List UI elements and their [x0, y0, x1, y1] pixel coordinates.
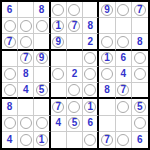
odd-marker-circle [4, 68, 16, 80]
odd-marker-circle [52, 4, 64, 16]
given-digit: 2 [72, 69, 78, 79]
cell-r2c1[interactable] [2, 18, 18, 34]
odd-marker-circle [117, 4, 129, 16]
cell-r3c4[interactable]: 9 [51, 34, 67, 50]
cell-r3c3[interactable] [34, 34, 50, 50]
odd-marker-circle [20, 134, 32, 146]
odd-marker-circle: 7 [20, 52, 32, 64]
given-digit: 7 [72, 21, 78, 31]
given-digit: 7 [120, 85, 126, 95]
given-digit: 1 [39, 135, 45, 145]
cell-r3c1[interactable]: 7 [2, 34, 18, 50]
cell-r6c5[interactable] [67, 83, 83, 99]
cell-r6c6[interactable] [83, 83, 99, 99]
given-digit: 6 [137, 135, 143, 145]
odd-marker-circle [84, 68, 96, 80]
cell-r2c5[interactable]: 7 [67, 18, 83, 34]
odd-marker-circle: 7 [117, 84, 129, 96]
cell-r5c3[interactable] [34, 67, 50, 83]
cell-r3c7[interactable] [99, 34, 115, 50]
cell-r5c9[interactable] [132, 67, 148, 83]
cell-r2c8[interactable] [116, 18, 132, 34]
cell-r7c7[interactable] [99, 99, 115, 115]
odd-marker-circle [52, 68, 64, 80]
given-digit: 6 [7, 5, 13, 15]
cell-r3c5[interactable] [67, 34, 83, 50]
odd-marker-circle [117, 36, 129, 48]
odd-marker-circle [68, 84, 80, 96]
cell-r6c9[interactable] [132, 83, 148, 99]
cell-r2c3[interactable] [34, 18, 50, 34]
odd-marker-circle: 5 [134, 101, 146, 113]
cell-r7c2[interactable] [18, 99, 34, 115]
odd-marker-circle: 5 [36, 84, 48, 96]
cell-r9c2[interactable] [18, 132, 34, 148]
cell-r6c7[interactable]: 8 [99, 83, 115, 99]
cell-r4c3[interactable]: 9 [34, 51, 50, 67]
cell-r1c7[interactable]: 9 [99, 2, 115, 18]
odd-marker-circle: 9 [52, 36, 64, 48]
cell-r9c4[interactable] [51, 132, 67, 148]
cell-r8c8[interactable] [116, 116, 132, 132]
sudoku-board-wrap: 689717879287916824458787154564176 [0, 0, 150, 150]
cell-r4c9[interactable] [132, 51, 148, 67]
cell-r7c4[interactable]: 7 [51, 99, 67, 115]
cell-r1c5[interactable] [67, 2, 83, 18]
odd-marker-circle [117, 134, 129, 146]
given-digit: 5 [39, 85, 45, 95]
given-digit: 6 [120, 53, 126, 63]
given-digit: 7 [7, 37, 13, 47]
odd-marker-circle: 1 [52, 20, 64, 32]
cell-r3c2[interactable] [18, 34, 34, 50]
odd-marker-circle [134, 52, 146, 64]
cell-r8c4[interactable]: 4 [51, 116, 67, 132]
cell-r8c9[interactable] [132, 116, 148, 132]
given-digit: 5 [72, 118, 78, 128]
odd-marker-circle [20, 117, 32, 129]
cell-r6c3[interactable]: 5 [34, 83, 50, 99]
odd-marker-circle [4, 117, 16, 129]
cell-r8c3[interactable] [34, 116, 50, 132]
sudoku-board: 689717879287916824458787154564176 [0, 0, 150, 150]
given-digit: 8 [87, 21, 93, 31]
cell-r6c1[interactable] [2, 83, 18, 99]
cell-r3c8[interactable] [116, 34, 132, 50]
cell-r1c1[interactable]: 6 [2, 2, 18, 18]
given-digit: 8 [137, 37, 143, 47]
odd-marker-circle [4, 20, 16, 32]
cell-r4c4[interactable] [51, 51, 67, 67]
cell-r6c8[interactable]: 7 [116, 83, 132, 99]
given-digit: 9 [55, 37, 61, 47]
given-digit: 6 [87, 118, 93, 128]
given-digit: 7 [55, 102, 61, 112]
cell-r4c6[interactable] [83, 51, 99, 67]
cell-r8c6[interactable]: 6 [83, 116, 99, 132]
given-digit: 4 [7, 135, 13, 145]
cell-r8c2[interactable] [18, 116, 34, 132]
odd-marker-circle: 7 [68, 20, 80, 32]
given-digit: 4 [23, 85, 29, 95]
cell-r7c3[interactable] [34, 99, 50, 115]
cell-r2c2[interactable] [18, 18, 34, 34]
cell-r5c7[interactable] [99, 67, 115, 83]
odd-marker-circle: 7 [4, 36, 16, 48]
cell-r2c6[interactable]: 8 [83, 18, 99, 34]
odd-marker-circle: 1 [84, 101, 96, 113]
odd-marker-circle: 1 [101, 52, 113, 64]
given-digit: 1 [55, 21, 61, 31]
cell-r9c9[interactable]: 6 [132, 132, 148, 148]
cell-r2c9[interactable] [132, 18, 148, 34]
odd-marker-circle: 7 [101, 134, 113, 146]
cell-r5c5[interactable]: 2 [67, 67, 83, 83]
cell-r1c4[interactable] [51, 2, 67, 18]
cell-r1c6[interactable] [83, 2, 99, 18]
cell-r5c6[interactable] [83, 67, 99, 83]
cell-r7c6[interactable]: 1 [83, 99, 99, 115]
given-digit: 2 [87, 37, 93, 47]
odd-marker-circle [20, 36, 32, 48]
given-digit: 8 [104, 85, 110, 95]
cell-r1c8[interactable] [116, 2, 132, 18]
cell-r7c8[interactable] [116, 99, 132, 115]
odd-marker-circle [36, 20, 48, 32]
cell-r3c9[interactable]: 8 [132, 34, 148, 50]
cell-r2c4[interactable]: 1 [51, 18, 67, 34]
given-digit: 8 [7, 102, 13, 112]
given-digit: 9 [39, 53, 45, 63]
cell-r7c5[interactable] [67, 99, 83, 115]
cell-r8c5[interactable]: 5 [67, 116, 83, 132]
odd-marker-circle [84, 52, 96, 64]
cell-r9c1[interactable]: 4 [2, 132, 18, 148]
cell-r6c4[interactable] [51, 83, 67, 99]
cell-r2c7[interactable] [99, 18, 115, 34]
odd-marker-circle: 9 [36, 52, 48, 64]
odd-marker-circle: 5 [68, 117, 80, 129]
odd-marker-circle: 1 [36, 134, 48, 146]
odd-marker-circle: 9 [101, 4, 113, 16]
given-digit: 7 [104, 135, 110, 145]
cell-r8c7[interactable] [99, 116, 115, 132]
odd-marker-circle [68, 4, 80, 16]
cell-r5c4[interactable] [51, 67, 67, 83]
given-digit: 8 [39, 5, 45, 15]
cell-r4c8[interactable]: 6 [116, 51, 132, 67]
given-digit: 1 [104, 53, 110, 63]
cell-r5c8[interactable]: 4 [116, 67, 132, 83]
odd-marker-circle [134, 68, 146, 80]
cell-r9c3[interactable]: 1 [34, 132, 50, 148]
odd-marker-circle [20, 20, 32, 32]
cell-r9c7[interactable]: 7 [99, 132, 115, 148]
odd-marker-circle [134, 117, 146, 129]
odd-marker-circle [101, 68, 113, 80]
cell-r9c5[interactable] [67, 132, 83, 148]
odd-marker-circle [84, 84, 96, 96]
given-digit: 7 [137, 5, 143, 15]
cell-r5c2[interactable]: 8 [18, 67, 34, 83]
odd-marker-circle [68, 101, 80, 113]
cell-r4c7[interactable]: 1 [99, 51, 115, 67]
cell-r4c1[interactable] [2, 51, 18, 67]
given-digit: 4 [120, 69, 126, 79]
cell-r5c1[interactable] [2, 67, 18, 83]
given-digit: 4 [55, 118, 61, 128]
given-digit: 7 [23, 53, 29, 63]
odd-marker-circle [117, 101, 129, 113]
given-digit: 5 [137, 102, 143, 112]
cell-r8c1[interactable] [2, 116, 18, 132]
cell-r9c8[interactable] [116, 132, 132, 148]
cell-r7c9[interactable]: 5 [132, 99, 148, 115]
cell-r4c2[interactable]: 7 [18, 51, 34, 67]
given-digit: 8 [23, 69, 29, 79]
cell-r1c3[interactable]: 8 [34, 2, 50, 18]
odd-marker-circle: 7 [134, 4, 146, 16]
odd-marker-circle [84, 134, 96, 146]
cell-r1c9[interactable]: 7 [132, 2, 148, 18]
given-digit: 1 [87, 102, 93, 112]
odd-marker-circle [36, 117, 48, 129]
cell-r3c6[interactable]: 2 [83, 34, 99, 50]
odd-marker-circle [101, 36, 113, 48]
odd-marker-circle: 7 [52, 101, 64, 113]
cell-r6c2[interactable]: 4 [18, 83, 34, 99]
cell-r7c1[interactable]: 8 [2, 99, 18, 115]
cell-r1c2[interactable] [18, 2, 34, 18]
cell-r4c5[interactable] [67, 51, 83, 67]
given-digit: 9 [104, 5, 110, 15]
cell-r9c6[interactable] [83, 132, 99, 148]
odd-marker-circle [4, 84, 16, 96]
